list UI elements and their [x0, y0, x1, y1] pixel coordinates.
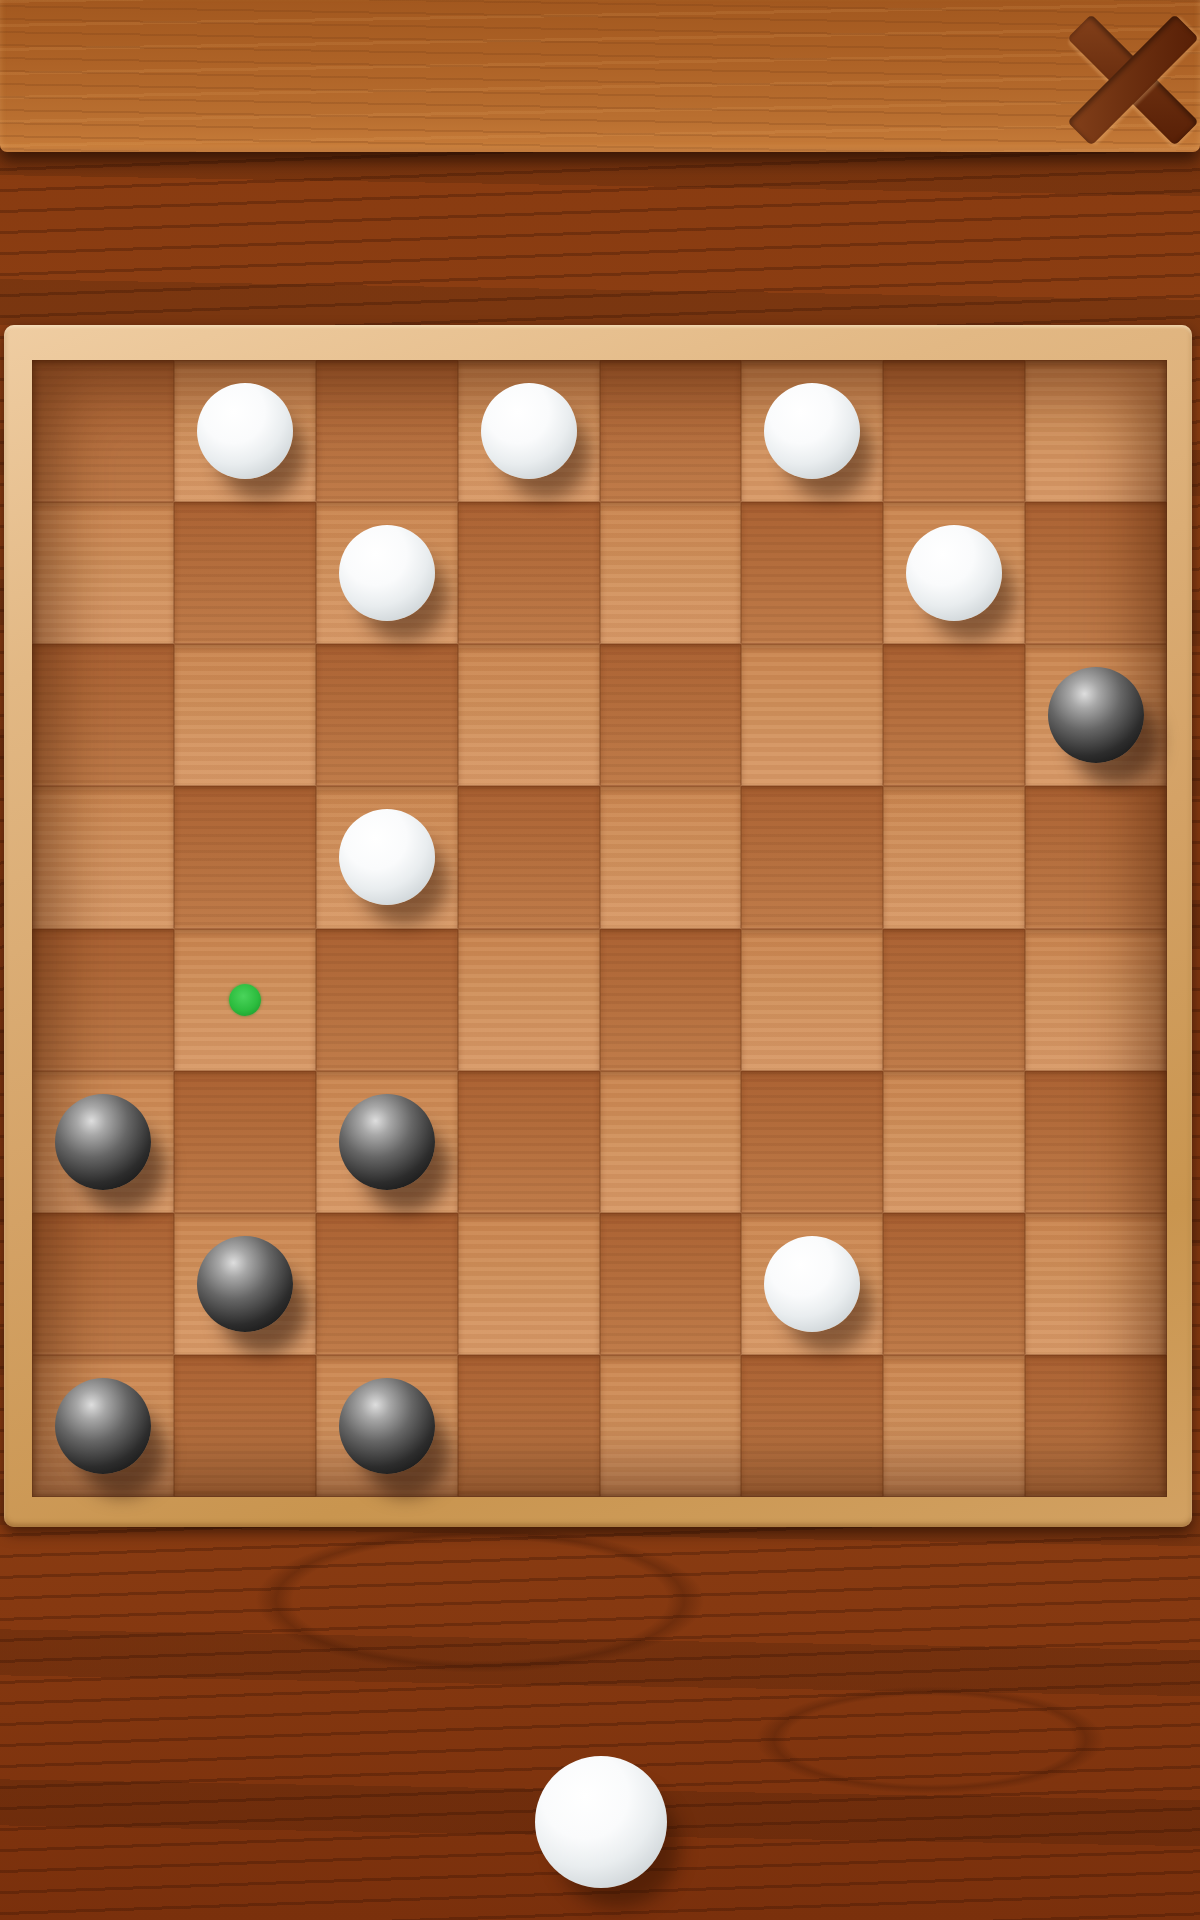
- square-r2c2[interactable]: [316, 644, 458, 786]
- board: [32, 360, 1167, 1497]
- square-r5c3[interactable]: [458, 1071, 600, 1213]
- square-r4c2[interactable]: [316, 929, 458, 1071]
- square-r0c6[interactable]: [883, 360, 1025, 502]
- piece-black-r7c0[interactable]: [55, 1378, 151, 1474]
- square-r1c0[interactable]: [32, 502, 174, 644]
- square-r5c5[interactable]: [741, 1071, 883, 1213]
- square-r3c1[interactable]: [174, 786, 316, 928]
- square-r4c7[interactable]: [1025, 929, 1167, 1071]
- square-r6c6[interactable]: [883, 1213, 1025, 1355]
- square-r3c7[interactable]: [1025, 786, 1167, 928]
- board-grid: [32, 360, 1167, 1497]
- square-r3c5[interactable]: [741, 786, 883, 928]
- square-r5c6[interactable]: [883, 1071, 1025, 1213]
- square-r0c7[interactable]: [1025, 360, 1167, 502]
- piece-white-r0c5[interactable]: [764, 383, 860, 479]
- square-r2c6[interactable]: [883, 644, 1025, 786]
- square-r3c4[interactable]: [600, 786, 742, 928]
- board-frame: [4, 325, 1192, 1527]
- square-r6c0[interactable]: [32, 1213, 174, 1355]
- square-r3c6[interactable]: [883, 786, 1025, 928]
- square-r7c3[interactable]: [458, 1355, 600, 1497]
- square-r4c4[interactable]: [600, 929, 742, 1071]
- close-button[interactable]: [1072, 24, 1194, 136]
- square-r6c2[interactable]: [316, 1213, 458, 1355]
- square-r7c7[interactable]: [1025, 1355, 1167, 1497]
- square-r1c1[interactable]: [174, 502, 316, 644]
- square-r1c3[interactable]: [458, 502, 600, 644]
- square-r6c4[interactable]: [600, 1213, 742, 1355]
- square-r7c1[interactable]: [174, 1355, 316, 1497]
- piece-black-r2c7[interactable]: [1048, 667, 1144, 763]
- square-r3c3[interactable]: [458, 786, 600, 928]
- piece-black-r6c1[interactable]: [197, 1236, 293, 1332]
- piece-white-r0c1[interactable]: [197, 383, 293, 479]
- piece-black-r5c2[interactable]: [339, 1094, 435, 1190]
- square-r1c4[interactable]: [600, 502, 742, 644]
- square-r5c7[interactable]: [1025, 1071, 1167, 1213]
- square-r1c5[interactable]: [741, 502, 883, 644]
- square-r7c6[interactable]: [883, 1355, 1025, 1497]
- square-r4c5[interactable]: [741, 929, 883, 1071]
- piece-white-r1c2[interactable]: [339, 525, 435, 621]
- square-r3c0[interactable]: [32, 786, 174, 928]
- square-r2c5[interactable]: [741, 644, 883, 786]
- piece-white-r1c6[interactable]: [906, 525, 1002, 621]
- square-r7c4[interactable]: [600, 1355, 742, 1497]
- piece-white-r6c5[interactable]: [764, 1236, 860, 1332]
- square-r4c0[interactable]: [32, 929, 174, 1071]
- square-r7c5[interactable]: [741, 1355, 883, 1497]
- square-r0c4[interactable]: [600, 360, 742, 502]
- square-r6c7[interactable]: [1025, 1213, 1167, 1355]
- square-r2c1[interactable]: [174, 644, 316, 786]
- piece-black-r7c2[interactable]: [339, 1378, 435, 1474]
- square-r0c2[interactable]: [316, 360, 458, 502]
- square-r0c0[interactable]: [32, 360, 174, 502]
- square-r5c1[interactable]: [174, 1071, 316, 1213]
- square-r1c7[interactable]: [1025, 502, 1167, 644]
- square-r2c4[interactable]: [600, 644, 742, 786]
- tray-piece-white-ball[interactable]: [535, 1756, 667, 1888]
- square-r4c3[interactable]: [458, 929, 600, 1071]
- square-r4c6[interactable]: [883, 929, 1025, 1071]
- piece-white-r3c2[interactable]: [339, 809, 435, 905]
- square-r4c1[interactable]: [174, 929, 316, 1071]
- square-r2c0[interactable]: [32, 644, 174, 786]
- square-r5c4[interactable]: [600, 1071, 742, 1213]
- square-r2c3[interactable]: [458, 644, 600, 786]
- square-r6c3[interactable]: [458, 1213, 600, 1355]
- piece-black-r5c0[interactable]: [55, 1094, 151, 1190]
- header-bar: [0, 0, 1200, 152]
- piece-white-r0c3[interactable]: [481, 383, 577, 479]
